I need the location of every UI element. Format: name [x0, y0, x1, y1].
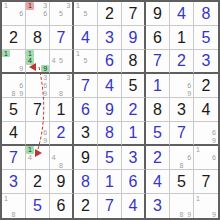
solved-digit: 1	[153, 78, 162, 94]
cell-r5c6[interactable]: 2	[122, 98, 146, 122]
candidate-9: 9	[185, 210, 193, 218]
cell-r2c7[interactable]: 6	[146, 26, 170, 50]
cell-r4c7[interactable]: 1	[146, 74, 170, 98]
candidate-empty-slot	[178, 146, 186, 154]
candidate-empty-slot	[10, 2, 18, 10]
cell-r3c8[interactable]: 2	[170, 50, 194, 74]
candidate-empty-slot	[2, 74, 10, 82]
candidate-empty-slot	[50, 146, 57, 154]
cell-r7c8[interactable]: 68	[170, 146, 194, 170]
candidate-empty-slot	[34, 146, 42, 154]
candidate-empty-slot	[178, 74, 186, 82]
solved-digit: 2	[177, 53, 186, 69]
cell-r8c4[interactable]: 8	[74, 170, 98, 194]
cell-r9c1[interactable]: 18	[2, 194, 26, 218]
cell-r9c5[interactable]: 7	[98, 194, 122, 218]
candidate-empty-slot	[202, 210, 210, 218]
cell-r7c4[interactable]: 9	[74, 146, 98, 170]
cell-r2c4[interactable]: 4	[74, 26, 98, 50]
candidate-empty-slot	[2, 65, 10, 72]
candidate-empty-slot	[185, 74, 193, 82]
candidate-6: 6	[17, 82, 25, 90]
solved-digit: 4	[81, 30, 90, 46]
given-digit: 1	[177, 30, 186, 46]
candidate-empty-slot	[210, 161, 218, 169]
cell-r4c3[interactable]: 38	[50, 74, 74, 98]
cell-r8c1[interactable]: 3	[2, 170, 26, 194]
cell-r6c4[interactable]: 3	[74, 122, 98, 146]
candidate-empty-slot	[185, 161, 193, 169]
candidate-empty-slot	[170, 82, 178, 90]
sudoku-board: 1613635152794828743961519149451568723689…	[0, 0, 220, 220]
candidate-empty-slot	[34, 161, 42, 169]
solved-digit: 7	[9, 150, 18, 166]
cell-r7c9[interactable]: 16	[194, 146, 218, 170]
cell-r1c2[interactable]: 136	[26, 2, 50, 26]
candidate-empty-slot	[10, 65, 18, 72]
given-digit: 3	[177, 102, 186, 118]
cell-r1c4[interactable]: 15	[74, 2, 98, 26]
candidate-8: 8	[178, 210, 186, 218]
candidate-empty-slot	[202, 146, 210, 154]
solved-digit: 7	[105, 198, 114, 214]
candidate-empty-slot	[26, 10, 34, 18]
candidate-empty-slot	[185, 194, 193, 202]
solved-digit: 2	[57, 125, 66, 141]
solved-digit: 7	[177, 125, 186, 141]
cell-r2c8[interactable]: 1	[170, 26, 194, 50]
candidate-8: 8	[10, 89, 18, 97]
cell-r8c8[interactable]: 5	[170, 170, 194, 194]
candidate-6: 6	[17, 10, 25, 18]
candidate-8: 8	[178, 161, 186, 169]
candidate-empty-slot	[26, 17, 34, 25]
candidate-empty-slot	[41, 50, 49, 57]
cell-r8c6[interactable]: 6	[122, 170, 146, 194]
candidate-empty-slot	[34, 154, 42, 162]
candidate-empty-slot	[34, 65, 42, 72]
given-digit: 5	[177, 174, 186, 190]
cell-r2c3[interactable]: 7	[50, 26, 74, 50]
candidate-empty-slot	[194, 161, 202, 169]
candidate-5: 5	[82, 10, 90, 18]
candidate-9: 9	[41, 89, 49, 97]
candidate-6: 6	[210, 129, 218, 136]
candidate-9: 9	[41, 137, 49, 144]
candidate-grid: 16	[194, 146, 218, 169]
candidate-grid: 18	[2, 194, 25, 218]
candidate-empty-slot	[65, 82, 72, 90]
cell-r1c5[interactable]: 2	[98, 2, 122, 26]
candidate-grid: 69	[26, 122, 49, 144]
cell-r7c6[interactable]: 3	[122, 146, 146, 170]
cell-r6c8[interactable]: 7	[170, 122, 194, 146]
candidate-1: 1	[26, 50, 34, 57]
candidate-6: 6	[41, 129, 49, 136]
cell-r1c1[interactable]: 16	[2, 2, 26, 26]
candidate-3: 3	[65, 74, 72, 82]
cell-r3c3[interactable]: 45	[50, 50, 74, 74]
candidate-empty-slot	[34, 82, 42, 90]
solved-digit: 1	[105, 174, 114, 190]
candidate-grid: 35	[50, 2, 72, 25]
candidate-empty-slot	[170, 210, 178, 218]
solved-digit: 2	[129, 102, 138, 118]
candidate-empty-slot	[202, 161, 210, 169]
cell-r9c2[interactable]: 5	[26, 194, 50, 218]
candidate-1: 1	[26, 146, 34, 154]
candidate-8: 8	[10, 210, 18, 218]
candidate-grid: 19	[194, 194, 218, 218]
candidate-6: 6	[185, 154, 193, 162]
candidate-1: 1	[74, 2, 82, 10]
candidate-grid: 89	[170, 194, 193, 218]
candidate-empty-slot	[194, 154, 202, 162]
candidate-empty-slot	[10, 17, 18, 25]
solved-digit: 9	[105, 102, 114, 118]
candidate-empty-slot	[34, 129, 42, 136]
candidate-3: 3	[41, 2, 49, 10]
solved-digit: 3	[153, 198, 162, 214]
cell-r4c8[interactable]: 69	[170, 74, 194, 98]
cell-r7c3[interactable]: 48	[50, 146, 74, 170]
candidate-9: 9	[185, 89, 193, 97]
given-digit: 1	[57, 102, 66, 118]
candidate-empty-slot	[34, 122, 42, 129]
given-digit: 7	[202, 174, 211, 190]
candidate-empty-slot	[10, 194, 18, 202]
cell-r5c2[interactable]: 7	[26, 98, 50, 122]
solved-digit: 4	[177, 6, 186, 22]
candidate-empty-slot	[170, 161, 178, 169]
candidate-grid: 16	[2, 2, 25, 25]
candidate-empty-slot	[17, 17, 25, 25]
candidate-empty-slot	[57, 50, 64, 57]
candidate-empty-slot	[17, 57, 25, 64]
candidate-grid: 136	[26, 2, 49, 25]
candidate-grid: 69	[170, 74, 193, 97]
cell-r1c8[interactable]: 4	[170, 2, 194, 26]
candidate-empty-slot	[10, 74, 18, 82]
candidate-empty-slot	[170, 202, 178, 210]
cell-r5c9[interactable]: 4	[194, 98, 218, 122]
cell-r4c9[interactable]: 2	[194, 74, 218, 98]
candidate-empty-slot	[2, 57, 10, 64]
solved-digit: 7	[57, 30, 66, 46]
cell-r7c5[interactable]: 5	[98, 146, 122, 170]
given-digit: 5	[129, 78, 138, 94]
cell-r6c6[interactable]: 1	[122, 122, 146, 146]
candidate-1: 1	[194, 146, 202, 154]
cell-r9c8[interactable]: 89	[170, 194, 194, 218]
given-digit: 2	[202, 78, 211, 94]
candidate-empty-slot	[185, 146, 193, 154]
given-digit: 2	[33, 174, 42, 190]
candidate-empty-slot	[57, 146, 64, 154]
candidate-empty-slot	[34, 137, 42, 144]
solved-digit: 8	[202, 6, 211, 22]
solved-digit: 8	[105, 125, 114, 141]
cell-r4c4[interactable]: 7	[74, 74, 98, 98]
candidate-empty-slot	[178, 154, 186, 162]
candidate-empty-slot	[178, 82, 186, 90]
candidate-empty-slot	[26, 137, 34, 144]
candidate-empty-slot	[210, 194, 218, 202]
candidate-9: 9	[210, 210, 218, 218]
solved-digit: 3	[202, 53, 211, 69]
candidate-empty-slot	[74, 65, 82, 72]
candidate-empty-slot	[178, 202, 186, 210]
candidate-grid: 68	[170, 146, 193, 169]
solved-digit: 5	[202, 30, 211, 46]
cell-r1c7[interactable]: 9	[146, 2, 170, 26]
candidate-empty-slot	[26, 161, 34, 169]
candidate-empty-slot	[210, 202, 218, 210]
candidate-5: 5	[82, 57, 90, 64]
cell-r9c7[interactable]: 3	[146, 194, 170, 218]
candidate-empty-slot	[210, 122, 218, 129]
cell-r3c9[interactable]: 3	[194, 50, 218, 74]
cell-r9c4[interactable]: 2	[74, 194, 98, 218]
candidate-empty-slot	[17, 50, 25, 57]
candidate-empty-slot	[41, 154, 49, 162]
candidate-4: 4	[26, 154, 34, 162]
solved-digit: 6	[129, 174, 138, 190]
candidate-empty-slot	[178, 89, 186, 97]
candidate-empty-slot	[50, 10, 57, 18]
candidate-empty-slot	[194, 122, 202, 129]
given-digit: 4	[9, 125, 18, 141]
candidate-8: 8	[57, 161, 64, 169]
candidate-empty-slot	[65, 65, 72, 72]
cell-r9c3[interactable]: 6	[50, 194, 74, 218]
candidate-empty-slot	[194, 129, 202, 136]
cell-r3c7[interactable]: 7	[146, 50, 170, 74]
cell-r6c3[interactable]: 2	[50, 122, 74, 146]
solved-digit: 8	[81, 174, 90, 190]
candidate-empty-slot	[2, 202, 10, 210]
cell-r5c4[interactable]: 6	[74, 98, 98, 122]
candidate-grid: 14	[26, 146, 49, 169]
candidate-empty-slot	[194, 202, 202, 210]
candidate-empty-slot	[202, 154, 210, 162]
candidate-grid: 15	[74, 2, 97, 25]
cell-r5c8[interactable]: 3	[170, 98, 194, 122]
cell-r8c7[interactable]: 4	[146, 170, 170, 194]
candidate-grid: 369	[26, 74, 49, 97]
candidate-empty-slot	[57, 82, 64, 90]
candidate-empty-slot	[41, 146, 49, 154]
candidate-empty-slot	[10, 82, 18, 90]
cell-r8c5[interactable]: 1	[98, 170, 122, 194]
candidate-9: 9	[210, 137, 218, 144]
cell-r4c1[interactable]: 689	[2, 74, 26, 98]
candidate-empty-slot	[2, 82, 10, 90]
candidate-empty-slot	[26, 82, 34, 90]
candidate-empty-slot	[170, 146, 178, 154]
cell-r2c9[interactable]: 5	[194, 26, 218, 50]
cell-r3c1[interactable]: 19	[2, 50, 26, 74]
cell-r2c5[interactable]: 3	[98, 26, 122, 50]
candidate-empty-slot	[202, 122, 210, 129]
candidate-grid: 149	[26, 50, 49, 72]
given-digit: 9	[57, 174, 66, 190]
cell-r5c1[interactable]: 5	[2, 98, 26, 122]
candidate-empty-slot	[26, 129, 34, 136]
cell-r6c7[interactable]: 5	[146, 122, 170, 146]
candidate-empty-slot	[34, 2, 42, 10]
solved-digit: 4	[129, 198, 138, 214]
candidate-9: 9	[17, 65, 25, 72]
candidate-empty-slot	[17, 2, 25, 10]
candidate-empty-slot	[17, 210, 25, 218]
candidate-grid: 15	[74, 50, 97, 72]
candidate-empty-slot	[34, 89, 42, 97]
candidate-4: 4	[50, 154, 57, 162]
solved-digit: 4	[105, 78, 114, 94]
candidate-empty-slot	[194, 137, 202, 144]
candidate-empty-slot	[170, 194, 178, 202]
given-digit: 8	[129, 53, 138, 69]
candidate-1: 1	[2, 2, 10, 10]
cell-r4c2[interactable]: 369	[26, 74, 50, 98]
candidate-empty-slot	[202, 137, 210, 144]
cell-r8c3[interactable]: 9	[50, 170, 74, 194]
candidate-empty-slot	[50, 65, 57, 72]
given-digit: 2	[105, 6, 114, 22]
candidate-3: 3	[41, 74, 49, 82]
cell-r6c2[interactable]: 69	[26, 122, 50, 146]
candidate-empty-slot	[202, 202, 210, 210]
candidate-empty-slot	[57, 65, 64, 72]
candidate-empty-slot	[65, 146, 72, 154]
candidate-grid: 45	[50, 50, 72, 72]
candidate-empty-slot	[89, 65, 97, 72]
candidate-empty-slot	[2, 210, 10, 218]
candidate-grid: 689	[2, 74, 25, 97]
given-digit: 9	[81, 150, 90, 166]
candidate-grid: 19	[2, 50, 25, 72]
candidate-3: 3	[65, 2, 72, 10]
candidate-9: 9	[41, 65, 49, 72]
candidate-empty-slot	[57, 2, 64, 10]
candidate-empty-slot	[65, 161, 72, 169]
candidate-empty-slot	[34, 74, 42, 82]
cell-r7c1[interactable]: 7	[2, 146, 26, 170]
candidate-empty-slot	[170, 74, 178, 82]
cell-r8c9[interactable]: 7	[194, 170, 218, 194]
candidate-1: 1	[194, 194, 202, 202]
cell-r9c6[interactable]: 4	[122, 194, 146, 218]
candidate-empty-slot	[170, 89, 178, 97]
given-digit: 8	[153, 102, 162, 118]
solved-digit: 3	[129, 150, 138, 166]
cell-r2c2[interactable]: 8	[26, 26, 50, 50]
solved-digit: 2	[153, 150, 162, 166]
cell-r9c9[interactable]: 19	[194, 194, 218, 218]
cell-r6c1[interactable]: 4	[2, 122, 26, 146]
given-digit: 6	[153, 30, 162, 46]
candidate-empty-slot	[10, 202, 18, 210]
cell-r5c3[interactable]: 1	[50, 98, 74, 122]
solved-digit: 9	[129, 30, 138, 46]
candidate-empty-slot	[89, 2, 97, 10]
candidate-empty-slot	[26, 122, 34, 129]
candidate-empty-slot	[202, 129, 210, 136]
candidate-empty-slot	[26, 74, 34, 82]
cell-r3c4[interactable]: 15	[74, 50, 98, 74]
candidate-empty-slot	[34, 17, 42, 25]
candidate-6: 6	[41, 82, 49, 90]
cell-r8c2[interactable]: 2	[26, 170, 50, 194]
cell-r7c7[interactable]: 2	[146, 146, 170, 170]
cell-r5c7[interactable]: 8	[146, 98, 170, 122]
given-digit: 5	[9, 102, 18, 118]
cell-r7c2[interactable]: 14	[26, 146, 50, 170]
cell-r3c6[interactable]: 8	[122, 50, 146, 74]
candidate-empty-slot	[50, 17, 57, 25]
candidate-empty-slot	[50, 89, 57, 97]
candidate-empty-slot	[74, 10, 82, 18]
given-digit: 4	[202, 102, 211, 118]
candidate-empty-slot	[10, 50, 18, 57]
candidate-empty-slot	[17, 194, 25, 202]
candidate-empty-slot	[194, 210, 202, 218]
cell-r6c5[interactable]: 8	[98, 122, 122, 146]
candidate-empty-slot	[50, 74, 57, 82]
cell-r3c5[interactable]: 6	[98, 50, 122, 74]
candidate-1: 1	[74, 50, 82, 57]
candidate-grid: 48	[50, 146, 72, 169]
candidate-empty-slot	[82, 2, 90, 10]
candidate-empty-slot	[10, 10, 18, 18]
cell-r1c6[interactable]: 7	[122, 2, 146, 26]
cell-r1c3[interactable]: 35	[50, 2, 74, 26]
candidate-9: 9	[17, 89, 25, 97]
cell-r2c1[interactable]: 2	[2, 26, 26, 50]
cell-r3c2[interactable]: 149	[26, 50, 50, 74]
candidate-8: 8	[57, 89, 64, 97]
candidate-empty-slot	[74, 17, 82, 25]
candidate-empty-slot	[26, 89, 34, 97]
candidate-empty-slot	[74, 57, 82, 64]
cell-r1c9[interactable]: 8	[194, 2, 218, 26]
cell-r4c6[interactable]: 5	[122, 74, 146, 98]
candidate-empty-slot	[57, 74, 64, 82]
cell-r5c5[interactable]: 9	[98, 98, 122, 122]
solved-digit: 7	[153, 53, 162, 69]
given-digit: 7	[129, 6, 138, 22]
cell-r2c6[interactable]: 9	[122, 26, 146, 50]
candidate-grid: 38	[50, 74, 72, 97]
candidate-5: 5	[57, 10, 64, 18]
candidate-empty-slot	[2, 10, 10, 18]
candidate-empty-slot	[89, 57, 97, 64]
candidate-empty-slot	[185, 202, 193, 210]
cell-r4c5[interactable]: 4	[98, 74, 122, 98]
candidate-5: 5	[57, 57, 64, 64]
candidate-4: 4	[50, 57, 57, 64]
candidate-empty-slot	[65, 89, 72, 97]
candidate-empty-slot	[34, 50, 42, 57]
candidate-empty-slot	[26, 65, 34, 72]
solved-digit: 5	[153, 125, 162, 141]
cell-r6c9[interactable]: 69	[194, 122, 218, 146]
candidate-grid: 69	[194, 122, 218, 144]
candidate-empty-slot	[82, 50, 90, 57]
candidate-empty-slot	[41, 57, 49, 64]
candidate-empty-slot	[65, 50, 72, 57]
